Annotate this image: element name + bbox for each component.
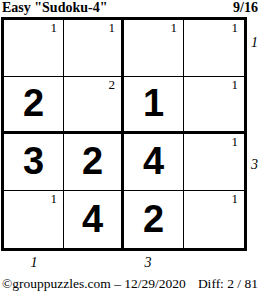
sudoku-board: 1111221132411421 — [1, 17, 247, 251]
cell-r3c3[interactable]: 4 — [124, 134, 184, 191]
cell-r1c1[interactable]: 1 — [4, 20, 64, 77]
col-label-3: 3 — [118, 256, 178, 270]
pencil-mark: 1 — [51, 192, 58, 206]
cell-r1c3[interactable]: 1 — [124, 20, 184, 77]
cell-value: 3 — [4, 134, 63, 190]
copyright-text: ©grouppuzzles.com – 12/29/2020 — [2, 276, 186, 292]
cell-value: 2 — [4, 77, 63, 131]
cell-r4c4[interactable]: 1 — [184, 191, 244, 248]
pencil-mark: 1 — [171, 21, 178, 35]
cell-value: 2 — [64, 134, 121, 190]
cell-r3c2[interactable]: 2 — [64, 134, 124, 191]
pencil-mark: 1 — [232, 192, 239, 206]
cell-r4c2[interactable]: 4 — [64, 191, 124, 248]
pencil-mark: 1 — [232, 78, 239, 92]
cell-r3c1[interactable]: 3 — [4, 134, 64, 191]
cell-value: 1 — [124, 77, 183, 131]
footer: ©grouppuzzles.com – 12/29/2020 Diff: 2 /… — [2, 276, 258, 292]
cell-value: 4 — [64, 191, 121, 248]
puzzle-title: Easy "Sudoku-4" — [2, 0, 107, 16]
pencil-mark: 1 — [232, 21, 239, 35]
pencil-mark: 2 — [109, 78, 116, 92]
cell-r1c2[interactable]: 1 — [64, 20, 124, 77]
row-label-3: 3 — [251, 158, 258, 172]
puzzle-counter: 9/16 — [233, 0, 258, 16]
cell-r4c3[interactable]: 2 — [124, 191, 184, 248]
sudoku-page: Easy "Sudoku-4" 9/16 1111221132411421 1 … — [0, 0, 260, 294]
pencil-mark: 1 — [232, 135, 239, 149]
cell-r2c1[interactable]: 2 — [4, 77, 64, 134]
cell-r2c2[interactable]: 2 — [64, 77, 124, 134]
col-label-1: 1 — [4, 256, 64, 270]
row-label-1: 1 — [251, 36, 258, 50]
cell-r3c4[interactable]: 1 — [184, 134, 244, 191]
pencil-mark: 1 — [51, 21, 58, 35]
cell-value: 2 — [124, 191, 183, 248]
cell-value: 4 — [124, 134, 183, 190]
cell-r2c4[interactable]: 1 — [184, 77, 244, 134]
cell-r4c1[interactable]: 1 — [4, 191, 64, 248]
cell-r2c3[interactable]: 1 — [124, 77, 184, 134]
pencil-mark: 1 — [109, 21, 116, 35]
difficulty-text: Diff: 2 / 81 — [198, 276, 258, 292]
cell-r1c4[interactable]: 1 — [184, 20, 244, 77]
